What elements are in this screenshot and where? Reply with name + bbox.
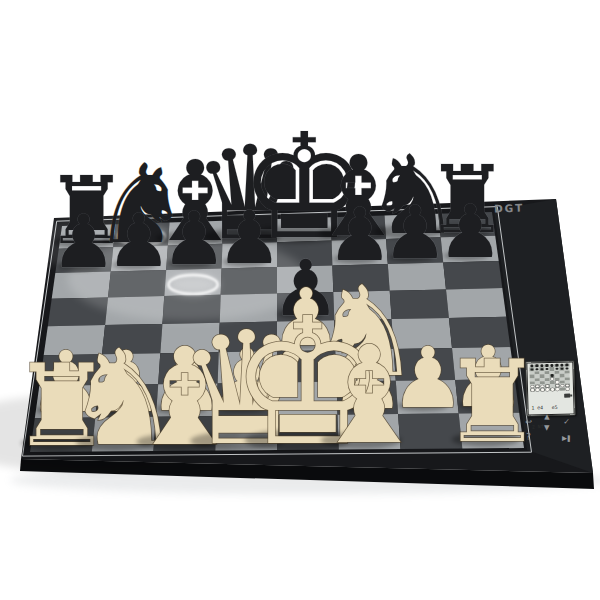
- chess-board: ♜♞♝♛♚♝♞♜♟♟♟♟♟♟♟♟♟♞♟♟♟♟♟♟♟♜♞♝♛♚♝♜: [0, 0, 600, 600]
- up-arrow-icon: ▲: [544, 413, 550, 421]
- piece-white-bishop-f1[interactable]: ♝: [309, 317, 429, 474]
- screen-board-cell: [565, 387, 570, 391]
- play-pause-icon: ▶❚: [562, 434, 571, 442]
- e-paper-display: 1 e4 e5 2 Nf3: [525, 360, 575, 416]
- up-button[interactable]: ▲: [544, 414, 550, 421]
- screen-piece-dot: [556, 388, 559, 391]
- back-button[interactable]: ↩: [525, 418, 532, 426]
- screen-mini-board: [529, 363, 570, 391]
- battery-icon: [564, 393, 570, 397]
- dgt-logo: DGT: [494, 201, 525, 214]
- help-icon: ?: [526, 432, 531, 442]
- play-pause-button[interactable]: ▶❚: [562, 435, 571, 442]
- down-button[interactable]: ▼: [544, 425, 550, 432]
- square-h5[interactable]: [446, 288, 506, 318]
- back-icon: ↩: [525, 417, 532, 426]
- screen-piece-dot: [531, 388, 534, 391]
- help-button[interactable]: ?: [526, 433, 531, 442]
- piece-black-pawn-h7[interactable]: ♟: [437, 189, 503, 274]
- screen-piece-dot: [551, 388, 554, 391]
- control-panel: ↩ ▲ ✓ ▼ ? ▶❚: [512, 411, 597, 456]
- dgt-chess-computer-photo: ♜♞♝♛♚♝♞♜♟♟♟♟♟♟♟♟♟♞♟♟♟♟♟♟♟♜♞♝♛♚♝♜ DGT 1 e…: [0, 0, 600, 600]
- check-icon: ✓: [563, 417, 570, 426]
- screen-piece-dot: [536, 388, 539, 391]
- screen-piece-dot: [566, 387, 569, 390]
- down-arrow-icon: ▼: [544, 424, 550, 432]
- screen-piece-dot: [546, 388, 549, 391]
- confirm-button[interactable]: ✓: [563, 418, 570, 426]
- screen-piece-dot: [541, 388, 544, 391]
